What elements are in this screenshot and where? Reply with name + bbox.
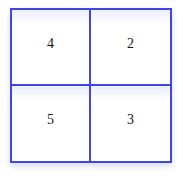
cell-value: 4 <box>47 37 54 51</box>
cell-value: 5 <box>47 113 54 127</box>
cell-value: 3 <box>127 113 134 127</box>
grid-cell-r0c1[interactable]: 2 <box>91 10 170 86</box>
number-grid-board: 4 2 5 3 <box>10 8 172 163</box>
cell-value: 2 <box>127 37 134 51</box>
screenshot-root: 4 2 5 3 <box>0 0 183 180</box>
grid-cell-r1c0[interactable]: 5 <box>12 86 91 162</box>
grid-cell-r0c0[interactable]: 4 <box>12 10 91 86</box>
grid-cell-r1c1[interactable]: 3 <box>91 86 170 162</box>
